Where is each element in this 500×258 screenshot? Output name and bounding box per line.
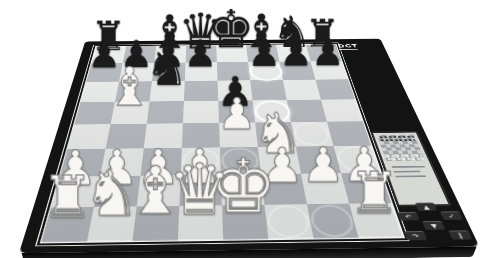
redo-button[interactable]: ↷ <box>404 231 427 240</box>
dgt-logo-bar <box>339 49 358 50</box>
down-button[interactable]: ▼ <box>422 221 445 230</box>
scene: DGT ▲↶✓▼↷∥ ♜♝♛♚♝♞♜♟♟♟♟♟♟♟♞♝♟♟♞♟♟♟♟♟♟♟♜♞♝… <box>0 0 500 258</box>
chess-computer-photo: DGT ▲↶✓▼↷∥ ♜♝♛♚♝♞♜♟♟♟♟♟♟♟♞♝♟♟♞♟♟♟♟♟♟♟♜♞♝… <box>0 0 500 258</box>
pause-button[interactable]: ∥ <box>448 230 472 239</box>
white-r-h1[interactable]: ♜ <box>335 137 413 219</box>
white-r-a1[interactable]: ♜ <box>28 140 106 223</box>
up-button[interactable]: ▲ <box>415 202 437 210</box>
ok-button[interactable]: ✓ <box>440 211 463 220</box>
chess-board-assembly: DGT ▲↶✓▼↷∥ ♜♝♛♚♝♞♜♟♟♟♟♟♟♟♞♝♟♟♞♟♟♟♟♟♟♟♜♞♝… <box>19 39 479 253</box>
board-front-edge <box>22 247 477 258</box>
white-b-b5[interactable]: ♝ <box>98 45 161 111</box>
